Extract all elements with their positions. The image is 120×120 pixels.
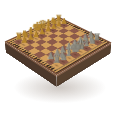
piece-gold-pawn: ♟: [17, 36, 31, 44]
board-top-surface: ♜♟♟♜♞♟♟♞♝♟♟♝♛♟♟♛♚♟♟♚♝♟♟♝♞♟♟♞♜♟♟♜: [5, 17, 112, 75]
product-photo: ♜♟♟♜♞♟♟♞♝♟♟♝♛♟♟♛♚♟♟♚♝♟♟♝♞♟♟♞♜♟♟♜: [0, 0, 120, 120]
piece-silver-rook: ♜: [49, 55, 65, 65]
chess-set-scene: ♜♟♟♜♞♟♟♞♝♟♟♝♛♟♟♛♚♟♟♚♝♟♟♝♞♟♟♞♜♟♟♜: [0, 0, 120, 120]
